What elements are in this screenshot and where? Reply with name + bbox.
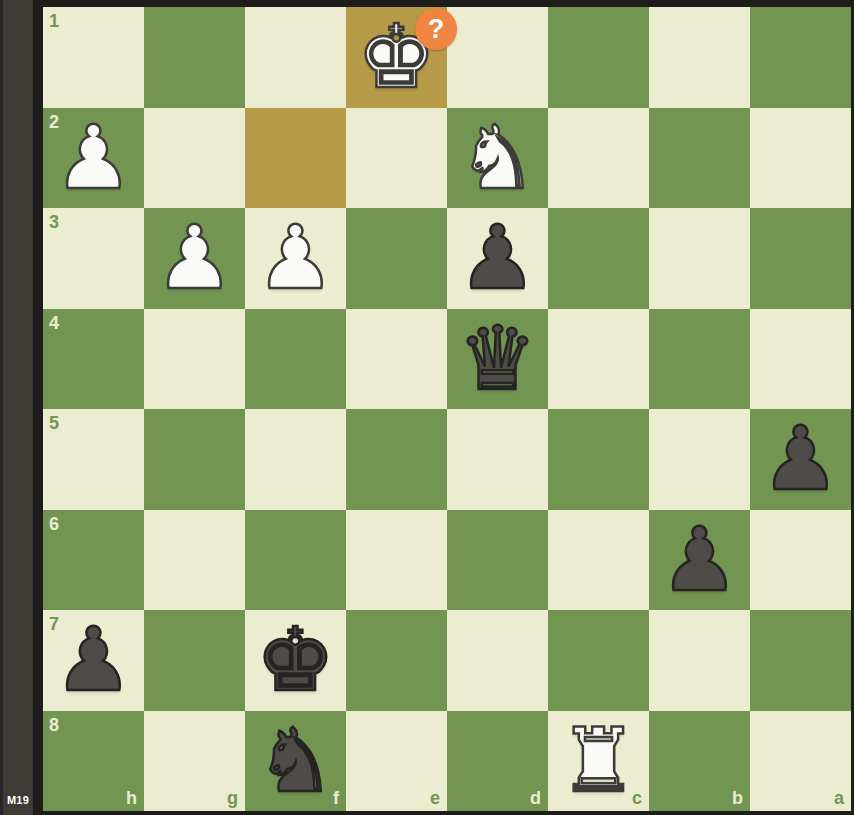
rank-label-3: 3	[49, 213, 59, 231]
square-f5[interactable]	[245, 409, 346, 510]
square-b7[interactable]	[649, 610, 750, 711]
square-e1[interactable]: ♚?	[346, 7, 447, 108]
black-pawn[interactable]: ♟	[649, 510, 750, 611]
square-g7[interactable]	[144, 610, 245, 711]
black-knight[interactable]: ♞	[245, 711, 346, 812]
square-f4[interactable]	[245, 309, 346, 410]
black-queen[interactable]: ♛	[447, 309, 548, 410]
square-c1[interactable]	[548, 7, 649, 108]
square-e5[interactable]	[346, 409, 447, 510]
black-pawn[interactable]: ♟	[750, 409, 851, 510]
analysis-board-view: M19 1♚?2♟♞3♟♟♟4♛5♟6♟7♟♚8hgf♞edc♜ba	[0, 0, 854, 815]
rank-label-5: 5	[49, 414, 59, 432]
square-e8[interactable]: e	[346, 711, 447, 812]
square-b5[interactable]	[649, 409, 750, 510]
file-label-e: e	[430, 789, 440, 807]
square-b6[interactable]: ♟	[649, 510, 750, 611]
square-f2[interactable]	[245, 108, 346, 209]
white-pawn[interactable]: ♟	[43, 108, 144, 209]
file-label-h: h	[126, 789, 137, 807]
file-label-a: a	[834, 789, 844, 807]
square-a4[interactable]	[750, 309, 851, 410]
square-f8[interactable]: f♞	[245, 711, 346, 812]
rank-label-1: 1	[49, 12, 59, 30]
square-g8[interactable]: g	[144, 711, 245, 812]
file-label-b: b	[732, 789, 743, 807]
black-king[interactable]: ♚	[245, 610, 346, 711]
black-pawn[interactable]: ♟	[43, 610, 144, 711]
square-b3[interactable]	[649, 208, 750, 309]
square-c2[interactable]	[548, 108, 649, 209]
square-g5[interactable]	[144, 409, 245, 510]
square-f3[interactable]: ♟	[245, 208, 346, 309]
square-d3[interactable]: ♟	[447, 208, 548, 309]
square-d7[interactable]	[447, 610, 548, 711]
rank-label-4: 4	[49, 314, 59, 332]
square-h2[interactable]: 2♟	[43, 108, 144, 209]
mistake-badge: ?	[415, 8, 457, 50]
rank-label-6: 6	[49, 515, 59, 533]
square-a8[interactable]: a	[750, 711, 851, 812]
square-c8[interactable]: c♜	[548, 711, 649, 812]
square-h1[interactable]: 1	[43, 7, 144, 108]
square-c5[interactable]	[548, 409, 649, 510]
square-a3[interactable]	[750, 208, 851, 309]
chess-board: 1♚?2♟♞3♟♟♟4♛5♟6♟7♟♚8hgf♞edc♜ba	[43, 7, 851, 811]
white-pawn[interactable]: ♟	[245, 208, 346, 309]
square-d8[interactable]: d	[447, 711, 548, 812]
square-h5[interactable]: 5	[43, 409, 144, 510]
square-g3[interactable]: ♟	[144, 208, 245, 309]
square-a6[interactable]	[750, 510, 851, 611]
square-f6[interactable]	[245, 510, 346, 611]
square-c3[interactable]	[548, 208, 649, 309]
square-b1[interactable]	[649, 7, 750, 108]
rank-label-8: 8	[49, 716, 59, 734]
square-e2[interactable]	[346, 108, 447, 209]
square-h7[interactable]: 7♟	[43, 610, 144, 711]
square-g2[interactable]	[144, 108, 245, 209]
square-f1[interactable]	[245, 7, 346, 108]
square-c4[interactable]	[548, 309, 649, 410]
square-d4[interactable]: ♛	[447, 309, 548, 410]
square-g4[interactable]	[144, 309, 245, 410]
square-g1[interactable]	[144, 7, 245, 108]
white-pawn[interactable]: ♟	[144, 208, 245, 309]
square-d5[interactable]	[447, 409, 548, 510]
square-d6[interactable]	[447, 510, 548, 611]
eval-bar: M19	[0, 0, 33, 815]
square-c7[interactable]	[548, 610, 649, 711]
square-b4[interactable]	[649, 309, 750, 410]
square-a1[interactable]	[750, 7, 851, 108]
square-c6[interactable]	[548, 510, 649, 611]
square-d1[interactable]	[447, 7, 548, 108]
file-label-g: g	[227, 789, 238, 807]
file-label-d: d	[530, 789, 541, 807]
square-h6[interactable]: 6	[43, 510, 144, 611]
square-a7[interactable]	[750, 610, 851, 711]
square-a5[interactable]: ♟	[750, 409, 851, 510]
square-h3[interactable]: 3	[43, 208, 144, 309]
square-e6[interactable]	[346, 510, 447, 611]
square-h4[interactable]: 4	[43, 309, 144, 410]
square-e7[interactable]	[346, 610, 447, 711]
square-b2[interactable]	[649, 108, 750, 209]
white-knight[interactable]: ♞	[447, 108, 548, 209]
eval-mate-label: M19	[3, 794, 33, 806]
white-rook[interactable]: ♜	[548, 711, 649, 812]
square-b8[interactable]: b	[649, 711, 750, 812]
square-f7[interactable]: ♚	[245, 610, 346, 711]
square-a2[interactable]	[750, 108, 851, 209]
black-pawn[interactable]: ♟	[447, 208, 548, 309]
square-e4[interactable]	[346, 309, 447, 410]
square-e3[interactable]	[346, 208, 447, 309]
square-d2[interactable]: ♞	[447, 108, 548, 209]
square-g6[interactable]	[144, 510, 245, 611]
square-h8[interactable]: 8h	[43, 711, 144, 812]
